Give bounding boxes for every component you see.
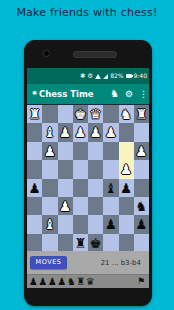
vibrate-icon: ✱ — [80, 68, 85, 84]
square-d8[interactable]: ♚ — [88, 234, 103, 252]
black-rook-e8: ♜ — [73, 234, 88, 252]
white-bishop-g7: ♝ — [42, 215, 57, 233]
square-g2[interactable]: ♝ — [42, 123, 57, 141]
app-title: Chess Time — [39, 89, 93, 99]
battery-percent: 82% — [110, 68, 123, 84]
white-pawn-e2: ♟ — [73, 123, 88, 141]
square-a5[interactable] — [134, 179, 149, 197]
phone-frame: ✱ ⚙ 82% 9:40 ✱ Chess Time ♞ ⚙ ⋮ ♜♚♛♞♜♝♟♟… — [24, 40, 152, 306]
square-f3[interactable] — [58, 142, 73, 160]
square-f2[interactable]: ♟ — [58, 123, 73, 141]
white-pawn-f6: ♟ — [58, 197, 73, 215]
square-a8[interactable] — [134, 234, 149, 252]
flag-icon[interactable]: ⚑ — [137, 275, 145, 288]
square-g8[interactable] — [42, 234, 57, 252]
white-queen-d1: ♛ — [88, 105, 103, 123]
square-c3[interactable] — [103, 142, 118, 160]
square-c4[interactable] — [103, 160, 118, 178]
square-b6[interactable] — [119, 197, 134, 215]
square-d1[interactable]: ♛ — [88, 105, 103, 123]
square-d5[interactable] — [88, 179, 103, 197]
square-g7[interactable]: ♝ — [42, 215, 57, 233]
square-h8[interactable] — [27, 234, 42, 252]
square-b7[interactable] — [119, 215, 134, 233]
overflow-menu-icon[interactable]: ⋮ — [139, 84, 148, 104]
square-d2[interactable]: ♟ — [88, 123, 103, 141]
app-bar: ✱ Chess Time ♞ ⚙ ⋮ — [27, 84, 149, 104]
status-bar: ✱ ⚙ 82% 9:40 — [27, 68, 149, 84]
last-move-text: 21 ... b3-b4 — [101, 259, 141, 267]
square-b8[interactable] — [119, 234, 134, 252]
screenshot-stage: Make friends with chess! ✱ ⚙ 82% 9:40 ✱ … — [0, 0, 174, 310]
square-c8[interactable] — [103, 234, 118, 252]
square-e8[interactable]: ♜ — [73, 234, 88, 252]
square-g4[interactable] — [42, 160, 57, 178]
earpiece-speaker — [73, 51, 117, 58]
white-pawn-d2: ♟ — [88, 123, 103, 141]
black-king-d8: ♚ — [88, 234, 103, 252]
square-d7[interactable] — [88, 215, 103, 233]
phone-screen: ✱ ⚙ 82% 9:40 ✱ Chess Time ♞ ⚙ ⋮ ♜♚♛♞♜♝♟♟… — [27, 68, 149, 288]
moves-button[interactable]: MOVES — [30, 256, 67, 269]
square-f8[interactable] — [58, 234, 73, 252]
square-d3[interactable] — [88, 142, 103, 160]
promo-banner-text: Make friends with chess! — [0, 6, 174, 19]
white-pawn-c2: ♟ — [103, 123, 118, 141]
controls-row: MOVES 21 ... b3-b4 — [27, 251, 149, 274]
square-e1[interactable]: ♚ — [73, 105, 88, 123]
black-bishop-c5: ♝ — [103, 179, 118, 197]
clock-text: 9:40 — [134, 68, 147, 84]
square-b5[interactable]: ♟ — [119, 179, 134, 197]
black-pawn-a7: ♟ — [134, 215, 149, 233]
square-a2[interactable] — [134, 123, 149, 141]
square-f4[interactable] — [58, 160, 73, 178]
square-c6[interactable] — [103, 197, 118, 215]
battery-icon — [126, 74, 132, 78]
square-h3[interactable] — [27, 142, 42, 160]
square-f7[interactable] — [58, 215, 73, 233]
square-b1[interactable]: ♞ — [119, 105, 134, 123]
square-a4[interactable] — [134, 160, 149, 178]
white-pawn-g3: ♟ — [42, 142, 57, 160]
square-e2[interactable]: ♟ — [73, 123, 88, 141]
square-a7[interactable]: ♟ — [134, 215, 149, 233]
square-e5[interactable] — [73, 179, 88, 197]
square-g6[interactable] — [42, 197, 57, 215]
square-a1[interactable]: ♜ — [134, 105, 149, 123]
square-c1[interactable] — [103, 105, 118, 123]
black-pawn-c7: ♟ — [103, 215, 118, 233]
front-camera — [43, 50, 50, 57]
square-a6[interactable]: ♞ — [134, 197, 149, 215]
white-pawn-f2: ♟ — [58, 123, 73, 141]
white-king-e1: ♚ — [73, 105, 88, 123]
square-c5[interactable]: ♝ — [103, 179, 118, 197]
square-h2[interactable] — [27, 123, 42, 141]
square-g3[interactable]: ♟ — [42, 142, 57, 160]
square-b2[interactable] — [119, 123, 134, 141]
white-pawn-b4: ♟ — [119, 160, 134, 178]
square-f5[interactable] — [58, 179, 73, 197]
white-bishop-g2: ♝ — [42, 123, 57, 141]
square-h5[interactable]: ♟ — [27, 179, 42, 197]
wifi-icon — [95, 74, 101, 79]
square-c7[interactable]: ♟ — [103, 215, 118, 233]
square-h7[interactable] — [27, 215, 42, 233]
black-knight-a6: ♞ — [134, 197, 149, 215]
square-a3[interactable]: ♟ — [134, 142, 149, 160]
square-b4[interactable]: ♟ — [119, 160, 134, 178]
square-d4[interactable] — [88, 160, 103, 178]
knight-icon[interactable]: ♞ — [110, 84, 119, 104]
square-g1[interactable] — [42, 105, 57, 123]
captured-pieces-tray: ♟♟♟♟♞♜♛ ⚑ — [27, 274, 149, 288]
square-e3[interactable] — [73, 142, 88, 160]
alarm-icon: ⚙ — [87, 68, 93, 84]
captured-black-pieces: ♟♟♟♟♞♜♛ — [29, 275, 95, 288]
square-e6[interactable] — [73, 197, 88, 215]
white-knight-b1: ♞ — [119, 105, 134, 123]
square-f6[interactable]: ♟ — [58, 197, 73, 215]
square-g5[interactable] — [42, 179, 57, 197]
black-pawn-b5: ♟ — [119, 179, 134, 197]
settings-gear-icon[interactable]: ⚙ — [125, 84, 133, 104]
square-f1[interactable] — [58, 105, 73, 123]
square-b3[interactable] — [119, 142, 134, 160]
square-h1[interactable]: ♜ — [27, 105, 42, 123]
square-h6[interactable] — [27, 197, 42, 215]
black-pawn-h5: ♟ — [27, 179, 42, 197]
white-pawn-a3: ♟ — [134, 142, 149, 160]
title-star-icon: ✱ — [32, 89, 37, 96]
white-rook-a1: ♜ — [134, 105, 149, 123]
cell-signal-icon — [103, 74, 108, 79]
square-c2[interactable]: ♟ — [103, 123, 118, 141]
white-rook-h1: ♜ — [27, 105, 42, 123]
chess-board: ♜♚♛♞♜♝♟♟♟♟♟♟♟♟♝♟♟♞♝♟♟♜♚ — [27, 104, 149, 251]
square-h4[interactable] — [27, 160, 42, 178]
square-e4[interactable] — [73, 160, 88, 178]
square-e7[interactable] — [73, 215, 88, 233]
square-d6[interactable] — [88, 197, 103, 215]
